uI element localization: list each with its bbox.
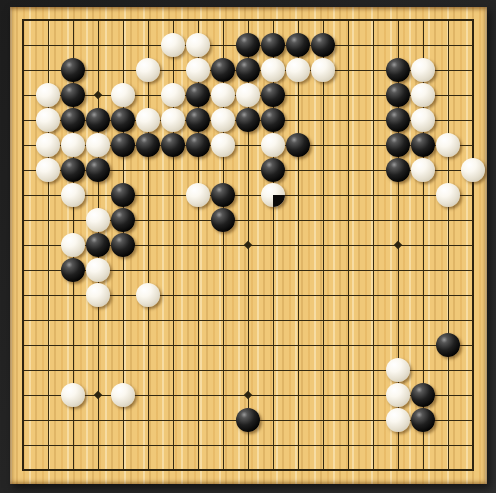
black-stone[interactable]: [211, 183, 235, 207]
black-stone[interactable]: [236, 408, 260, 432]
white-stone[interactable]: [436, 183, 460, 207]
black-stone[interactable]: [61, 258, 85, 282]
black-stone[interactable]: [111, 108, 135, 132]
white-stone[interactable]: [61, 183, 85, 207]
white-stone[interactable]: [161, 33, 185, 57]
black-stone[interactable]: [236, 58, 260, 82]
black-stone[interactable]: [386, 108, 410, 132]
white-stone[interactable]: [36, 133, 60, 157]
white-stone[interactable]: [211, 108, 235, 132]
white-stone[interactable]: [211, 83, 235, 107]
black-stone[interactable]: [186, 133, 210, 157]
black-stone[interactable]: [386, 133, 410, 157]
black-stone[interactable]: [261, 108, 285, 132]
white-stone[interactable]: [386, 408, 410, 432]
black-stone[interactable]: [236, 33, 260, 57]
black-stone[interactable]: [61, 83, 85, 107]
white-stone[interactable]: [386, 358, 410, 382]
go-board[interactable]: [10, 7, 487, 484]
black-stone[interactable]: [236, 108, 260, 132]
white-stone[interactable]: [36, 158, 60, 182]
black-stone[interactable]: [411, 133, 435, 157]
white-stone[interactable]: [61, 133, 85, 157]
white-stone[interactable]: [411, 83, 435, 107]
black-stone[interactable]: [111, 208, 135, 232]
white-stone[interactable]: [386, 383, 410, 407]
white-stone[interactable]: [461, 158, 485, 182]
white-stone[interactable]: [86, 133, 110, 157]
white-stone[interactable]: [261, 58, 285, 82]
black-stone[interactable]: [61, 108, 85, 132]
black-stone[interactable]: [386, 83, 410, 107]
white-stone[interactable]: [436, 133, 460, 157]
white-stone[interactable]: [136, 58, 160, 82]
black-stone[interactable]: [186, 83, 210, 107]
black-stone[interactable]: [111, 183, 135, 207]
white-stone[interactable]: [111, 383, 135, 407]
white-stone[interactable]: [411, 158, 435, 182]
black-stone[interactable]: [111, 233, 135, 257]
black-stone[interactable]: [311, 33, 335, 57]
black-stone[interactable]: [261, 83, 285, 107]
white-stone[interactable]: [161, 83, 185, 107]
black-stone[interactable]: [86, 158, 110, 182]
black-stone[interactable]: [211, 58, 235, 82]
black-stone[interactable]: [161, 133, 185, 157]
black-stone[interactable]: [61, 158, 85, 182]
white-stone[interactable]: [186, 58, 210, 82]
black-stone[interactable]: [261, 158, 285, 182]
black-stone[interactable]: [136, 133, 160, 157]
black-stone[interactable]: [211, 208, 235, 232]
white-stone[interactable]: [61, 233, 85, 257]
white-stone[interactable]: [86, 283, 110, 307]
black-stone[interactable]: [411, 408, 435, 432]
black-stone[interactable]: [411, 383, 435, 407]
white-stone[interactable]: [111, 83, 135, 107]
white-stone[interactable]: [411, 58, 435, 82]
black-stone[interactable]: [86, 233, 110, 257]
white-stone[interactable]: [136, 108, 160, 132]
white-stone[interactable]: [86, 208, 110, 232]
black-stone[interactable]: [111, 133, 135, 157]
white-stone[interactable]: [36, 83, 60, 107]
white-stone[interactable]: [186, 183, 210, 207]
white-stone[interactable]: [236, 83, 260, 107]
white-stone[interactable]: [36, 108, 60, 132]
black-stone[interactable]: [286, 33, 310, 57]
white-stone[interactable]: [261, 133, 285, 157]
black-stone[interactable]: [186, 108, 210, 132]
last-move-marker: [261, 183, 285, 207]
black-stone[interactable]: [386, 58, 410, 82]
white-stone[interactable]: [61, 383, 85, 407]
black-stone[interactable]: [86, 108, 110, 132]
white-stone[interactable]: [286, 58, 310, 82]
white-stone[interactable]: [161, 108, 185, 132]
black-stone[interactable]: [261, 33, 285, 57]
white-stone[interactable]: [86, 258, 110, 282]
white-stone[interactable]: [311, 58, 335, 82]
black-stone[interactable]: [61, 58, 85, 82]
black-stone[interactable]: [286, 133, 310, 157]
black-stone[interactable]: [436, 333, 460, 357]
black-stone[interactable]: [386, 158, 410, 182]
white-stone[interactable]: [136, 283, 160, 307]
white-stone[interactable]: [261, 183, 285, 207]
white-stone[interactable]: [411, 108, 435, 132]
white-stone[interactable]: [186, 33, 210, 57]
white-stone[interactable]: [211, 133, 235, 157]
